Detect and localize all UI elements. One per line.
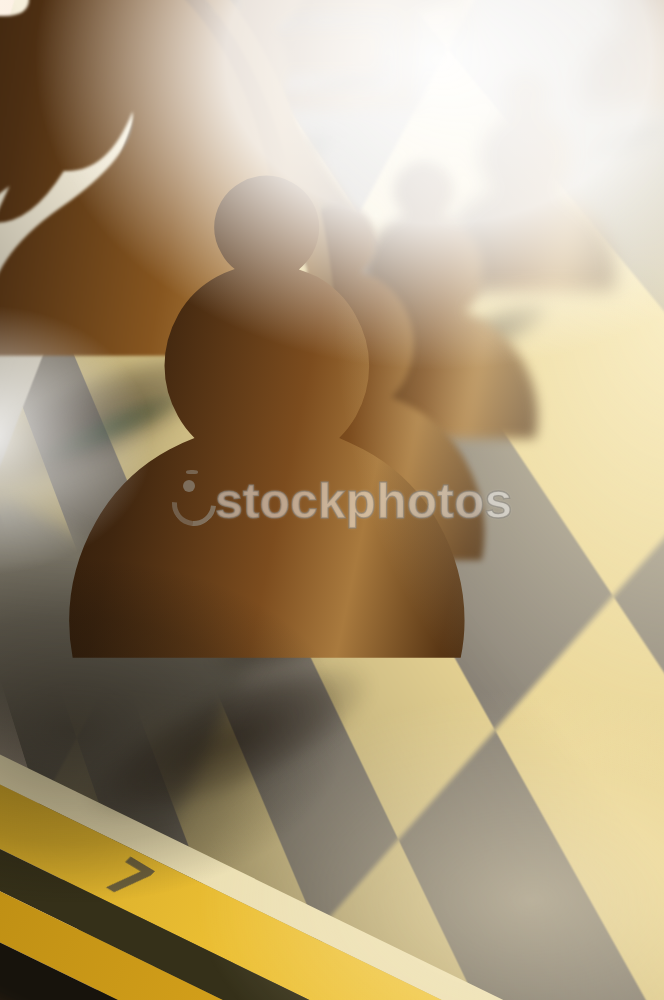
pawn-glyph: ♟ xyxy=(0,99,563,759)
chess-photo-scene: 7 ♞♝♚♛♟♟♟♟♟ stockphotos xyxy=(0,0,664,1000)
